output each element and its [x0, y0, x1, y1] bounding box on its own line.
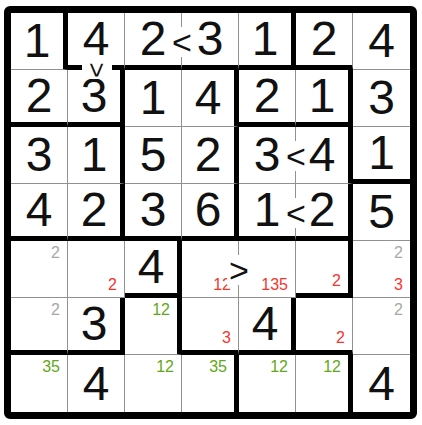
solved-digit: 2 [311, 15, 338, 63]
cell-r4c4[interactable]: 6 [182, 184, 239, 241]
solved-digit: 1 [309, 72, 336, 120]
solved-digit: 2 [309, 186, 336, 234]
cell-r3c4[interactable]: 2 [182, 127, 239, 184]
inequality-sign-5: > [227, 255, 251, 285]
cell-r6c2[interactable]: 3 [68, 298, 125, 355]
solved-digit: 2 [140, 15, 167, 63]
cell-r1c6[interactable]: 2 [296, 13, 353, 70]
cell-r4c3[interactable]: 3 [125, 184, 182, 241]
cell-r6c1[interactable]: 2 [11, 298, 68, 355]
cell-r7c7[interactable]: 4 [353, 355, 410, 412]
cell-r3c3[interactable]: 5 [125, 127, 182, 184]
solved-digit: 1 [252, 15, 279, 63]
inequality-sign-4: < [284, 198, 308, 228]
cell-r3c2[interactable]: 1 [68, 127, 125, 184]
puzzle-board-grid: 1423124231421331523414236125224121352232… [4, 6, 417, 419]
solved-digit: 1 [24, 17, 51, 65]
cell-r6c5[interactable]: 4 [239, 298, 296, 355]
cell-r2c5[interactable]: 2 [239, 70, 296, 127]
solved-digit: 3 [81, 72, 108, 120]
cell-r1c7[interactable]: 4 [353, 13, 410, 70]
cell-r4c7[interactable]: 5 [353, 184, 410, 241]
solved-digit: 1 [368, 129, 395, 177]
cell-r7c2[interactable]: 4 [68, 355, 125, 412]
solved-digit: 3 [81, 300, 108, 348]
pencil-mark-green: 12 [323, 359, 341, 375]
cell-r2c3[interactable]: 1 [125, 70, 182, 127]
solved-digit: 5 [368, 188, 395, 236]
solved-digit: 4 [309, 131, 336, 179]
cell-r4c1[interactable]: 4 [11, 184, 68, 241]
cell-r6c4[interactable]: 3 [182, 298, 239, 355]
solved-digit: 3 [197, 15, 224, 63]
cell-r6c7[interactable]: 2 [353, 298, 410, 355]
pencil-mark-red: 2 [108, 277, 117, 293]
cell-r5c7[interactable]: 23 [353, 241, 410, 298]
solved-digit: 2 [195, 131, 222, 179]
cell-r2c1[interactable]: 2 [11, 70, 68, 127]
cell-r7c3[interactable]: 12 [125, 355, 182, 412]
cell-r3c1[interactable]: 3 [11, 127, 68, 184]
solved-digit: 4 [368, 360, 395, 408]
solved-digit: 4 [83, 15, 110, 63]
pencil-mark-gray: 2 [394, 245, 403, 261]
pencil-mark-red: 3 [394, 277, 403, 293]
cell-r2c6[interactable]: 1 [296, 70, 353, 127]
pencil-mark-green: 12 [270, 359, 288, 375]
solved-digit: 3 [140, 186, 167, 234]
pencil-mark-red: 2 [332, 273, 341, 289]
solved-digit: 4 [83, 360, 110, 408]
solved-digit: 3 [368, 74, 395, 122]
solved-digit: 4 [252, 300, 279, 348]
cell-r2c4[interactable]: 4 [182, 70, 239, 127]
solved-digit: 4 [195, 74, 222, 122]
puzzle-board-wrap: 1423124231421331523414236125224121352232… [4, 6, 417, 419]
inequality-glyph-down: > [84, 62, 110, 77]
solved-digit: 4 [26, 186, 53, 234]
pencil-mark-green: 35 [42, 359, 60, 375]
pencil-mark-green: 35 [209, 359, 227, 375]
solved-digit: 5 [140, 131, 167, 179]
cell-r5c2[interactable]: 2 [68, 241, 125, 298]
solved-digit: 2 [254, 72, 281, 120]
pencil-mark-green: 12 [156, 359, 174, 375]
cell-r1c1[interactable]: 1 [11, 13, 68, 70]
inequality-sign-3: < [284, 141, 308, 171]
cell-r7c6[interactable]: 12 [296, 355, 353, 412]
cell-r4c2[interactable]: 2 [68, 184, 125, 241]
cell-r7c5[interactable]: 12 [239, 355, 296, 412]
solved-digit: 3 [26, 131, 53, 179]
cell-r6c6[interactable]: 2 [296, 298, 353, 355]
pencil-mark-red: 135 [261, 277, 288, 293]
solved-digit: 1 [140, 74, 167, 122]
cell-r7c4[interactable]: 35 [182, 355, 239, 412]
pencil-mark-red: 2 [336, 330, 345, 346]
inequality-sign-2: > [82, 61, 112, 79]
cell-r3c7[interactable]: 1 [353, 127, 410, 184]
pencil-mark-gray: 2 [51, 302, 60, 318]
solved-digit: 4 [138, 243, 165, 291]
cell-r5c1[interactable]: 2 [11, 241, 68, 298]
pencil-mark-gray: 2 [51, 245, 60, 261]
cell-r5c6[interactable]: 2 [296, 241, 353, 298]
solved-digit: 1 [254, 186, 281, 234]
solved-digit: 1 [81, 131, 108, 179]
cell-r5c3[interactable]: 4 [125, 241, 182, 298]
cell-r7c1[interactable]: 35 [11, 355, 68, 412]
solved-digit: 2 [26, 72, 53, 120]
cell-r2c7[interactable]: 3 [353, 70, 410, 127]
solved-digit: 6 [195, 186, 222, 234]
pencil-mark-red: 3 [222, 330, 231, 346]
inequality-sign-1: < [170, 27, 194, 57]
pencil-mark-green: 12 [152, 302, 170, 318]
cell-r1c5[interactable]: 1 [239, 13, 296, 70]
solved-digit: 2 [81, 186, 108, 234]
solved-digit: 4 [368, 17, 395, 65]
pencil-mark-gray: 2 [394, 302, 403, 318]
solved-digit: 3 [254, 131, 281, 179]
cell-r6c3[interactable]: 12 [125, 298, 182, 355]
